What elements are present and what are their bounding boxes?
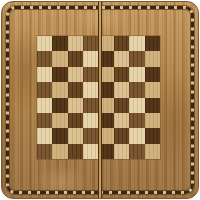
board-square[interactable]	[52, 82, 67, 97]
board-square[interactable]	[145, 82, 160, 97]
board-square[interactable]	[145, 51, 160, 66]
board-square[interactable]	[83, 67, 98, 82]
board-square[interactable]	[37, 113, 52, 128]
board-square[interactable]	[68, 82, 83, 97]
board-square[interactable]	[129, 82, 144, 97]
board-square[interactable]	[83, 144, 98, 159]
board-square[interactable]	[52, 98, 67, 113]
board-square[interactable]	[145, 36, 160, 51]
board-square[interactable]	[129, 98, 144, 113]
board-square[interactable]	[114, 36, 129, 51]
board-square[interactable]	[83, 51, 98, 66]
board-square[interactable]	[52, 128, 67, 143]
board-photo	[0, 0, 200, 200]
board-square[interactable]	[37, 128, 52, 143]
hinge-seam	[98, 2, 102, 198]
board-square[interactable]	[37, 98, 52, 113]
board-square[interactable]	[68, 67, 83, 82]
board-square[interactable]	[145, 67, 160, 82]
board-square[interactable]	[52, 144, 67, 159]
board-square[interactable]	[145, 98, 160, 113]
board-square[interactable]	[114, 113, 129, 128]
board-square[interactable]	[114, 144, 129, 159]
board-square[interactable]	[83, 113, 98, 128]
board-square[interactable]	[129, 67, 144, 82]
board-square[interactable]	[114, 98, 129, 113]
board-square[interactable]	[145, 113, 160, 128]
board-square[interactable]	[129, 113, 144, 128]
board-square[interactable]	[68, 113, 83, 128]
board-square[interactable]	[114, 128, 129, 143]
board-square[interactable]	[37, 82, 52, 97]
board-square[interactable]	[68, 144, 83, 159]
board-square[interactable]	[37, 36, 52, 51]
board-square[interactable]	[129, 51, 144, 66]
board-square[interactable]	[114, 51, 129, 66]
board-square[interactable]	[68, 51, 83, 66]
board-square[interactable]	[68, 128, 83, 143]
board-square[interactable]	[145, 144, 160, 159]
board-square[interactable]	[52, 67, 67, 82]
board-square[interactable]	[68, 98, 83, 113]
board-square[interactable]	[129, 36, 144, 51]
board-square[interactable]	[83, 82, 98, 97]
board-square[interactable]	[52, 113, 67, 128]
board-square[interactable]	[129, 144, 144, 159]
board-square[interactable]	[52, 51, 67, 66]
board-square[interactable]	[114, 82, 129, 97]
board-square[interactable]	[83, 98, 98, 113]
board-square[interactable]	[83, 128, 98, 143]
board-square[interactable]	[68, 36, 83, 51]
board-square[interactable]	[37, 67, 52, 82]
board-square[interactable]	[145, 128, 160, 143]
board-square[interactable]	[37, 51, 52, 66]
board-square[interactable]	[129, 128, 144, 143]
board-square[interactable]	[37, 144, 52, 159]
board-square[interactable]	[52, 36, 67, 51]
board-square[interactable]	[114, 67, 129, 82]
board-square[interactable]	[83, 36, 98, 51]
